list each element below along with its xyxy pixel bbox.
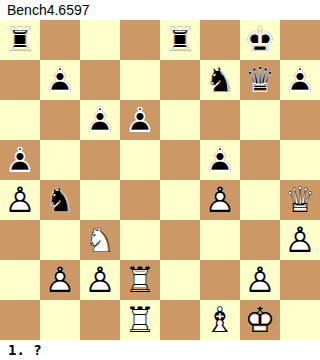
square-h8[interactable] xyxy=(280,20,320,60)
white-rook-outline-icon: ♖ xyxy=(120,260,160,300)
square-b5[interactable] xyxy=(40,140,80,180)
square-d3[interactable] xyxy=(120,220,160,260)
square-f2[interactable] xyxy=(200,260,240,300)
square-d5[interactable] xyxy=(120,140,160,180)
black-pawn-outline-icon: ♙ xyxy=(280,60,320,100)
black-queen-outline-icon: ♕ xyxy=(240,60,280,100)
square-c5[interactable] xyxy=(80,140,120,180)
piece-white-pawn[interactable]: ♟♙ xyxy=(80,260,120,300)
square-c1[interactable] xyxy=(80,300,120,340)
square-b6[interactable] xyxy=(40,100,80,140)
square-e8[interactable]: ♜♖ xyxy=(160,20,200,60)
square-g1[interactable]: ♚♔ xyxy=(240,300,280,340)
square-d7[interactable] xyxy=(120,60,160,100)
square-c3[interactable]: ♞♘ xyxy=(80,220,120,260)
square-h5[interactable] xyxy=(280,140,320,180)
piece-white-bishop[interactable]: ♝♗ xyxy=(200,300,240,340)
chess-app-window: Bench4.6597 ♜♖♜♖♚♔♟♙♞♘♛♕♟♙♟♙♟♙♟♙♟♙♟♙♞♘♟♙… xyxy=(0,0,320,360)
square-d2[interactable]: ♜♖ xyxy=(120,260,160,300)
black-pawn-outline-icon: ♙ xyxy=(120,100,160,140)
square-f7[interactable]: ♞♘ xyxy=(200,60,240,100)
piece-white-knight[interactable]: ♞♘ xyxy=(80,220,120,260)
square-h3[interactable]: ♟♙ xyxy=(280,220,320,260)
white-queen-outline-icon: ♕ xyxy=(280,180,320,220)
black-rook-outline-icon: ♖ xyxy=(160,20,200,60)
square-g8[interactable]: ♚♔ xyxy=(240,20,280,60)
square-g5[interactable] xyxy=(240,140,280,180)
square-b3[interactable] xyxy=(40,220,80,260)
square-d6[interactable]: ♟♙ xyxy=(120,100,160,140)
piece-black-king[interactable]: ♚♔ xyxy=(240,20,280,60)
piece-white-pawn[interactable]: ♟♙ xyxy=(200,180,240,220)
square-e5[interactable] xyxy=(160,140,200,180)
square-e3[interactable] xyxy=(160,220,200,260)
black-knight-outline-icon: ♘ xyxy=(40,180,80,220)
square-h4[interactable]: ♛♕ xyxy=(280,180,320,220)
position-title: Bench4.6597 xyxy=(0,0,320,20)
square-h1[interactable] xyxy=(280,300,320,340)
piece-black-pawn[interactable]: ♟♙ xyxy=(0,140,40,180)
white-knight-outline-icon: ♘ xyxy=(80,220,120,260)
piece-black-knight[interactable]: ♞♘ xyxy=(40,180,80,220)
square-e6[interactable] xyxy=(160,100,200,140)
white-pawn-outline-icon: ♙ xyxy=(200,180,240,220)
black-pawn-outline-icon: ♙ xyxy=(0,140,40,180)
square-b4[interactable]: ♞♘ xyxy=(40,180,80,220)
square-f1[interactable]: ♝♗ xyxy=(200,300,240,340)
white-pawn-outline-icon: ♙ xyxy=(0,180,40,220)
square-h6[interactable] xyxy=(280,100,320,140)
square-d8[interactable] xyxy=(120,20,160,60)
square-b7[interactable]: ♟♙ xyxy=(40,60,80,100)
square-a6[interactable] xyxy=(0,100,40,140)
piece-white-king[interactable]: ♚♔ xyxy=(240,300,280,340)
move-prompt: 1. ? xyxy=(0,340,320,360)
square-g3[interactable] xyxy=(240,220,280,260)
square-h7[interactable]: ♟♙ xyxy=(280,60,320,100)
square-e1[interactable] xyxy=(160,300,200,340)
square-b2[interactable]: ♟♙ xyxy=(40,260,80,300)
black-knight-outline-icon: ♘ xyxy=(200,60,240,100)
square-f4[interactable]: ♟♙ xyxy=(200,180,240,220)
square-f6[interactable] xyxy=(200,100,240,140)
square-e7[interactable] xyxy=(160,60,200,100)
square-g4[interactable] xyxy=(240,180,280,220)
square-g7[interactable]: ♛♕ xyxy=(240,60,280,100)
square-b1[interactable] xyxy=(40,300,80,340)
white-bishop-outline-icon: ♗ xyxy=(200,300,240,340)
square-f3[interactable] xyxy=(200,220,240,260)
piece-white-pawn[interactable]: ♟♙ xyxy=(40,260,80,300)
square-g2[interactable]: ♟♙ xyxy=(240,260,280,300)
square-e4[interactable] xyxy=(160,180,200,220)
black-pawn-outline-icon: ♙ xyxy=(200,140,240,180)
square-g6[interactable] xyxy=(240,100,280,140)
square-f5[interactable]: ♟♙ xyxy=(200,140,240,180)
piece-black-pawn[interactable]: ♟♙ xyxy=(280,60,320,100)
square-a7[interactable] xyxy=(0,60,40,100)
square-a3[interactable] xyxy=(0,220,40,260)
piece-white-rook[interactable]: ♜♖ xyxy=(120,260,160,300)
piece-white-rook[interactable]: ♜♖ xyxy=(120,300,160,340)
square-a1[interactable] xyxy=(0,300,40,340)
square-c6[interactable]: ♟♙ xyxy=(80,100,120,140)
piece-black-pawn[interactable]: ♟♙ xyxy=(40,60,80,100)
square-d4[interactable] xyxy=(120,180,160,220)
piece-black-pawn[interactable]: ♟♙ xyxy=(200,140,240,180)
square-a5[interactable]: ♟♙ xyxy=(0,140,40,180)
square-h2[interactable] xyxy=(280,260,320,300)
piece-black-pawn[interactable]: ♟♙ xyxy=(80,100,120,140)
square-a8[interactable]: ♜♖ xyxy=(0,20,40,60)
square-c2[interactable]: ♟♙ xyxy=(80,260,120,300)
square-c4[interactable] xyxy=(80,180,120,220)
black-rook-outline-icon: ♖ xyxy=(0,20,40,60)
black-pawn-outline-icon: ♙ xyxy=(80,100,120,140)
piece-black-queen[interactable]: ♛♕ xyxy=(240,60,280,100)
piece-black-pawn[interactable]: ♟♙ xyxy=(120,100,160,140)
square-f8[interactable] xyxy=(200,20,240,60)
square-d1[interactable]: ♜♖ xyxy=(120,300,160,340)
square-a2[interactable] xyxy=(0,260,40,300)
square-c8[interactable] xyxy=(80,20,120,60)
white-king-outline-icon: ♔ xyxy=(240,300,280,340)
piece-black-rook[interactable]: ♜♖ xyxy=(0,20,40,60)
white-pawn-outline-icon: ♙ xyxy=(40,260,80,300)
piece-white-pawn[interactable]: ♟♙ xyxy=(280,220,320,260)
piece-white-pawn[interactable]: ♟♙ xyxy=(240,260,280,300)
piece-black-rook[interactable]: ♜♖ xyxy=(160,20,200,60)
chess-board: ♜♖♜♖♚♔♟♙♞♘♛♕♟♙♟♙♟♙♟♙♟♙♟♙♞♘♟♙♛♕♞♘♟♙♟♙♟♙♜♖… xyxy=(0,20,320,340)
white-pawn-outline-icon: ♙ xyxy=(80,260,120,300)
square-b8[interactable] xyxy=(40,20,80,60)
square-c7[interactable] xyxy=(80,60,120,100)
square-a4[interactable]: ♟♙ xyxy=(0,180,40,220)
square-e2[interactable] xyxy=(160,260,200,300)
white-pawn-outline-icon: ♙ xyxy=(280,220,320,260)
piece-white-pawn[interactable]: ♟♙ xyxy=(0,180,40,220)
black-pawn-outline-icon: ♙ xyxy=(40,60,80,100)
piece-white-queen[interactable]: ♛♕ xyxy=(280,180,320,220)
white-pawn-outline-icon: ♙ xyxy=(240,260,280,300)
white-rook-outline-icon: ♖ xyxy=(120,300,160,340)
black-king-outline-icon: ♔ xyxy=(240,20,280,60)
piece-black-knight[interactable]: ♞♘ xyxy=(200,60,240,100)
